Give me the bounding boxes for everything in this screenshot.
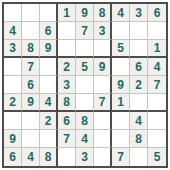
cell-r6c5[interactable]: [76, 94, 94, 112]
cell-r3c3[interactable]: 9: [40, 40, 58, 58]
cell-r5c2[interactable]: 6: [22, 76, 40, 94]
cell-r5c6[interactable]: [94, 76, 112, 94]
cell-r7c1[interactable]: [4, 112, 22, 130]
cell-r6c1[interactable]: 2: [4, 94, 22, 112]
cell-r5c9[interactable]: 7: [148, 76, 166, 94]
cell-r8c3[interactable]: [40, 130, 58, 148]
cell-r2c1[interactable]: 4: [4, 22, 22, 40]
cell-r1c8[interactable]: 3: [130, 4, 148, 22]
cell-r6c9[interactable]: [148, 94, 166, 112]
cell-r3c1[interactable]: 3: [4, 40, 22, 58]
cell-r6c8[interactable]: [130, 94, 148, 112]
cell-r2c6[interactable]: 3: [94, 22, 112, 40]
cell-r9c2[interactable]: 4: [22, 148, 40, 166]
cell-r2c3[interactable]: 6: [40, 22, 58, 40]
cell-r4c3[interactable]: [40, 58, 58, 76]
cell-r9c4[interactable]: [58, 148, 76, 166]
sudoku-board: 1984364673389517259646392729487126849748…: [2, 2, 168, 168]
cell-r1c5[interactable]: 9: [76, 4, 94, 22]
cell-r9c6[interactable]: [94, 148, 112, 166]
cell-r9c7[interactable]: 7: [112, 148, 130, 166]
cell-r8c5[interactable]: 4: [76, 130, 94, 148]
cell-r2c7[interactable]: [112, 22, 130, 40]
cell-r6c2[interactable]: 9: [22, 94, 40, 112]
cell-r7c6[interactable]: [94, 112, 112, 130]
cell-r1c6[interactable]: 8: [94, 4, 112, 22]
cell-r5c7[interactable]: 9: [112, 76, 130, 94]
cell-r3c2[interactable]: 8: [22, 40, 40, 58]
cell-r9c3[interactable]: 8: [40, 148, 58, 166]
cell-r2c2[interactable]: [22, 22, 40, 40]
cell-r8c2[interactable]: [22, 130, 40, 148]
cell-r4c4[interactable]: 2: [58, 58, 76, 76]
cell-r4c1[interactable]: [4, 58, 22, 76]
cell-r1c4[interactable]: 1: [58, 4, 76, 22]
cell-r5c5[interactable]: [76, 76, 94, 94]
cell-r9c8[interactable]: [130, 148, 148, 166]
cell-r7c5[interactable]: 8: [76, 112, 94, 130]
cell-r3c5[interactable]: [76, 40, 94, 58]
cell-r5c8[interactable]: 2: [130, 76, 148, 94]
cell-r7c7[interactable]: [112, 112, 130, 130]
cell-r6c3[interactable]: 4: [40, 94, 58, 112]
cell-r3c6[interactable]: [94, 40, 112, 58]
cell-r5c3[interactable]: [40, 76, 58, 94]
cell-r6c6[interactable]: 7: [94, 94, 112, 112]
cell-r7c4[interactable]: 6: [58, 112, 76, 130]
cell-r2c5[interactable]: 7: [76, 22, 94, 40]
cell-r7c9[interactable]: [148, 112, 166, 130]
cell-r1c7[interactable]: 4: [112, 4, 130, 22]
cell-r5c4[interactable]: 3: [58, 76, 76, 94]
cell-r8c1[interactable]: 9: [4, 130, 22, 148]
cell-r1c2[interactable]: [22, 4, 40, 22]
cell-r4c7[interactable]: [112, 58, 130, 76]
cell-r1c1[interactable]: [4, 4, 22, 22]
cell-r9c1[interactable]: 6: [4, 148, 22, 166]
cell-r7c2[interactable]: [22, 112, 40, 130]
cell-r8c6[interactable]: [94, 130, 112, 148]
cell-r3c4[interactable]: [58, 40, 76, 58]
cell-r4c9[interactable]: 4: [148, 58, 166, 76]
cell-r9c9[interactable]: 5: [148, 148, 166, 166]
cell-r2c8[interactable]: [130, 22, 148, 40]
cell-r8c8[interactable]: 8: [130, 130, 148, 148]
cell-r4c6[interactable]: 9: [94, 58, 112, 76]
cell-r1c3[interactable]: [40, 4, 58, 22]
cell-r4c5[interactable]: 5: [76, 58, 94, 76]
cell-r6c7[interactable]: 1: [112, 94, 130, 112]
cell-r9c5[interactable]: 3: [76, 148, 94, 166]
cell-r2c9[interactable]: [148, 22, 166, 40]
cell-r3c8[interactable]: [130, 40, 148, 58]
cell-r6c4[interactable]: 8: [58, 94, 76, 112]
cell-r5c1[interactable]: [4, 76, 22, 94]
cell-r8c4[interactable]: 7: [58, 130, 76, 148]
cell-r3c7[interactable]: 5: [112, 40, 130, 58]
cell-r4c8[interactable]: 6: [130, 58, 148, 76]
cell-r8c9[interactable]: [148, 130, 166, 148]
cell-r1c9[interactable]: 6: [148, 4, 166, 22]
cell-r2c4[interactable]: [58, 22, 76, 40]
sudoku-widget: 1984364673389517259646392729487126849748…: [0, 0, 170, 170]
cell-r8c7[interactable]: [112, 130, 130, 148]
cell-r4c2[interactable]: 7: [22, 58, 40, 76]
cell-r7c8[interactable]: 4: [130, 112, 148, 130]
cell-r7c3[interactable]: 2: [40, 112, 58, 130]
cell-r3c9[interactable]: 1: [148, 40, 166, 58]
